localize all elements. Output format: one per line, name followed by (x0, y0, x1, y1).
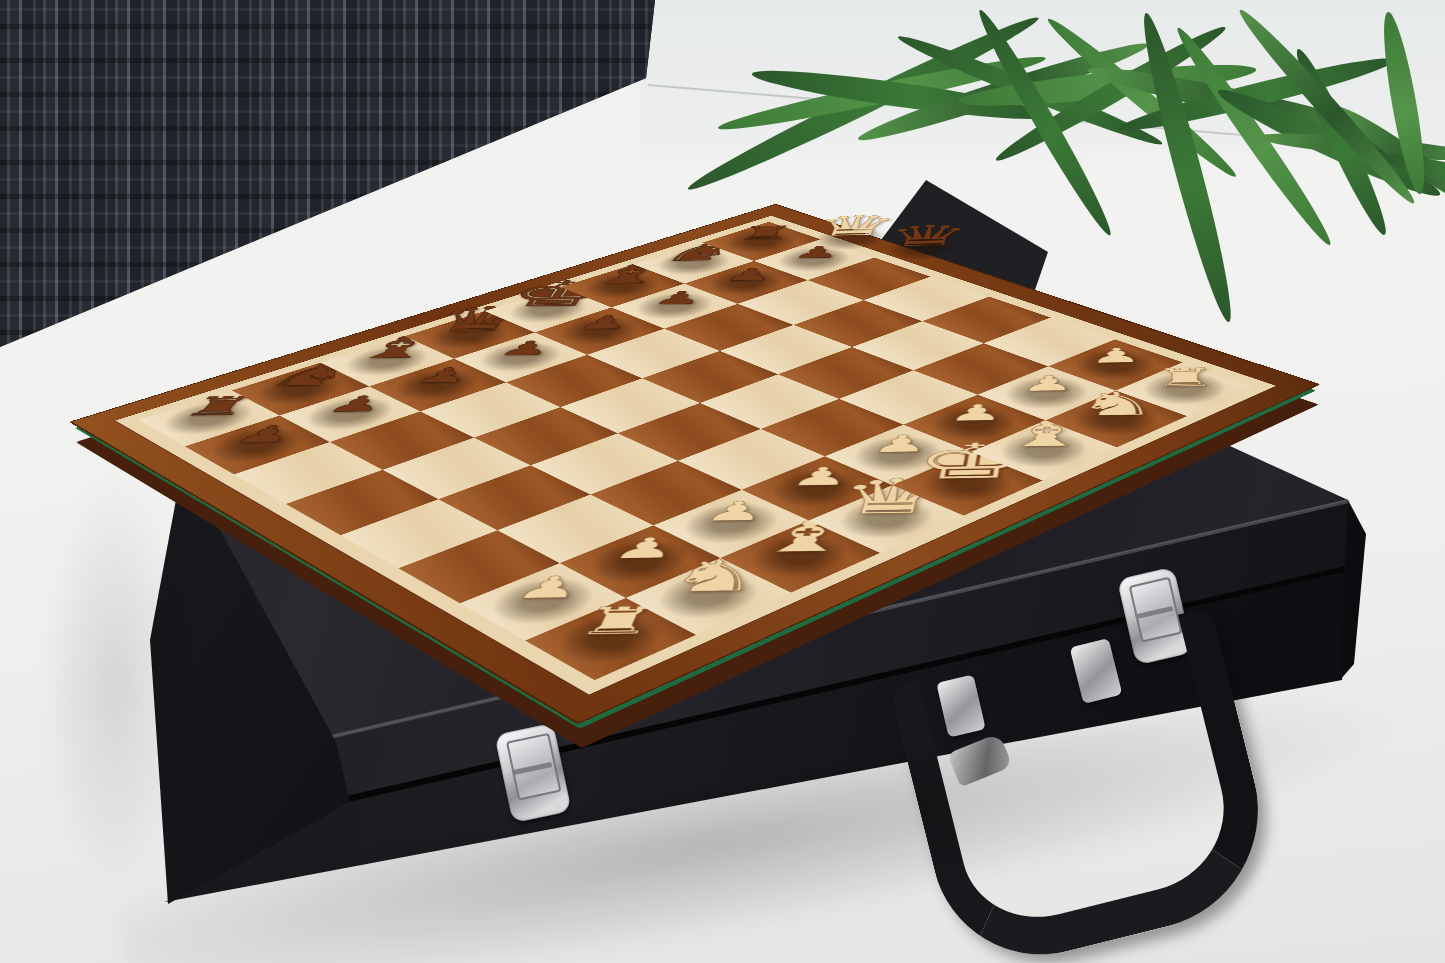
white-rook[interactable]: ♜ (533, 601, 701, 641)
square-a7[interactable]: ♟ (185, 416, 330, 475)
piece-shadow (663, 494, 799, 554)
square-a2[interactable]: ♟ (460, 563, 626, 640)
black-pawn[interactable]: ♟ (617, 288, 739, 307)
square-c3[interactable] (590, 461, 741, 526)
square-a3[interactable] (399, 530, 560, 603)
white-bishop[interactable]: ♝ (728, 514, 883, 559)
square-d1[interactable]: ♛ (809, 485, 964, 553)
square-c4[interactable] (531, 433, 678, 494)
square-a8[interactable]: ♜ (138, 390, 279, 446)
white-queen[interactable]: ♛ (816, 472, 965, 522)
board-perspective-wrapper: ♜♞♝♛♚♝♞♜♟♟♟♟♟♟♟♟♟♟♟♟♟♟♟♟♜♞♝♛♚♝♞♜ ♛♛ (252, 0, 1147, 819)
piece-shadow (730, 525, 870, 588)
black-queen[interactable]: ♛ (870, 221, 984, 251)
piece-shadow (636, 562, 781, 629)
piece-shadow (570, 530, 711, 594)
square-e1[interactable]: ♚ (892, 452, 1042, 516)
black-pawn[interactable]: ♟ (286, 392, 427, 416)
square-c5[interactable] (474, 407, 618, 465)
black-pawn[interactable]: ♟ (460, 338, 591, 359)
piece-shadow (902, 456, 1034, 512)
white-pawn[interactable]: ♟ (661, 497, 809, 526)
square-b3[interactable] (497, 495, 653, 564)
piece-shadow (470, 568, 616, 636)
square-d2[interactable]: ♟ (742, 456, 893, 520)
scene-chess-set-photo: ♜♞♝♛♚♝♞♜♟♟♟♟♟♟♟♟♟♟♟♟♟♟♟♟♜♞♝♛♚♝♞♜ ♛♛ (0, 0, 1445, 963)
square-b2[interactable]: ♟ (560, 525, 720, 598)
square-d3[interactable] (678, 429, 825, 490)
square-d4[interactable] (618, 403, 761, 461)
white-pawn[interactable]: ♟ (468, 571, 630, 603)
square-c2[interactable]: ♟ (653, 490, 808, 558)
square-b1[interactable]: ♞ (626, 558, 791, 635)
black-rook[interactable]: ♜ (145, 392, 293, 420)
square-a1[interactable]: ♜ (525, 598, 696, 680)
black-knight[interactable]: ♞ (238, 359, 385, 391)
black-pawn[interactable]: ♟ (541, 312, 667, 332)
black-pawn[interactable]: ♟ (192, 422, 339, 447)
black-pawn[interactable]: ♟ (376, 364, 512, 386)
white-knight[interactable]: ♞ (633, 553, 796, 599)
piece-shadow (818, 489, 954, 548)
square-a5[interactable] (286, 470, 439, 535)
square-a4[interactable] (341, 499, 498, 568)
square-e3[interactable] (761, 399, 904, 456)
square-b6[interactable] (330, 411, 474, 469)
square-b4[interactable] (438, 465, 590, 530)
square-c1[interactable]: ♝ (720, 520, 880, 592)
white-king[interactable]: ♚ (899, 436, 1041, 487)
piece-shadow (536, 603, 686, 675)
piece-shadow (751, 460, 883, 516)
white-pawn[interactable]: ♟ (567, 533, 722, 563)
black-pawn[interactable]: ♟ (760, 243, 874, 261)
black-pawn[interactable]: ♟ (690, 265, 808, 284)
square-a6[interactable] (234, 442, 383, 504)
square-b5[interactable] (383, 438, 531, 500)
playing-field: ♜♞♝♛♚♝♞♜♟♟♟♟♟♟♟♟♟♟♟♟♟♟♟♟♜♞♝♛♚♝♞♜ (115, 216, 1276, 695)
